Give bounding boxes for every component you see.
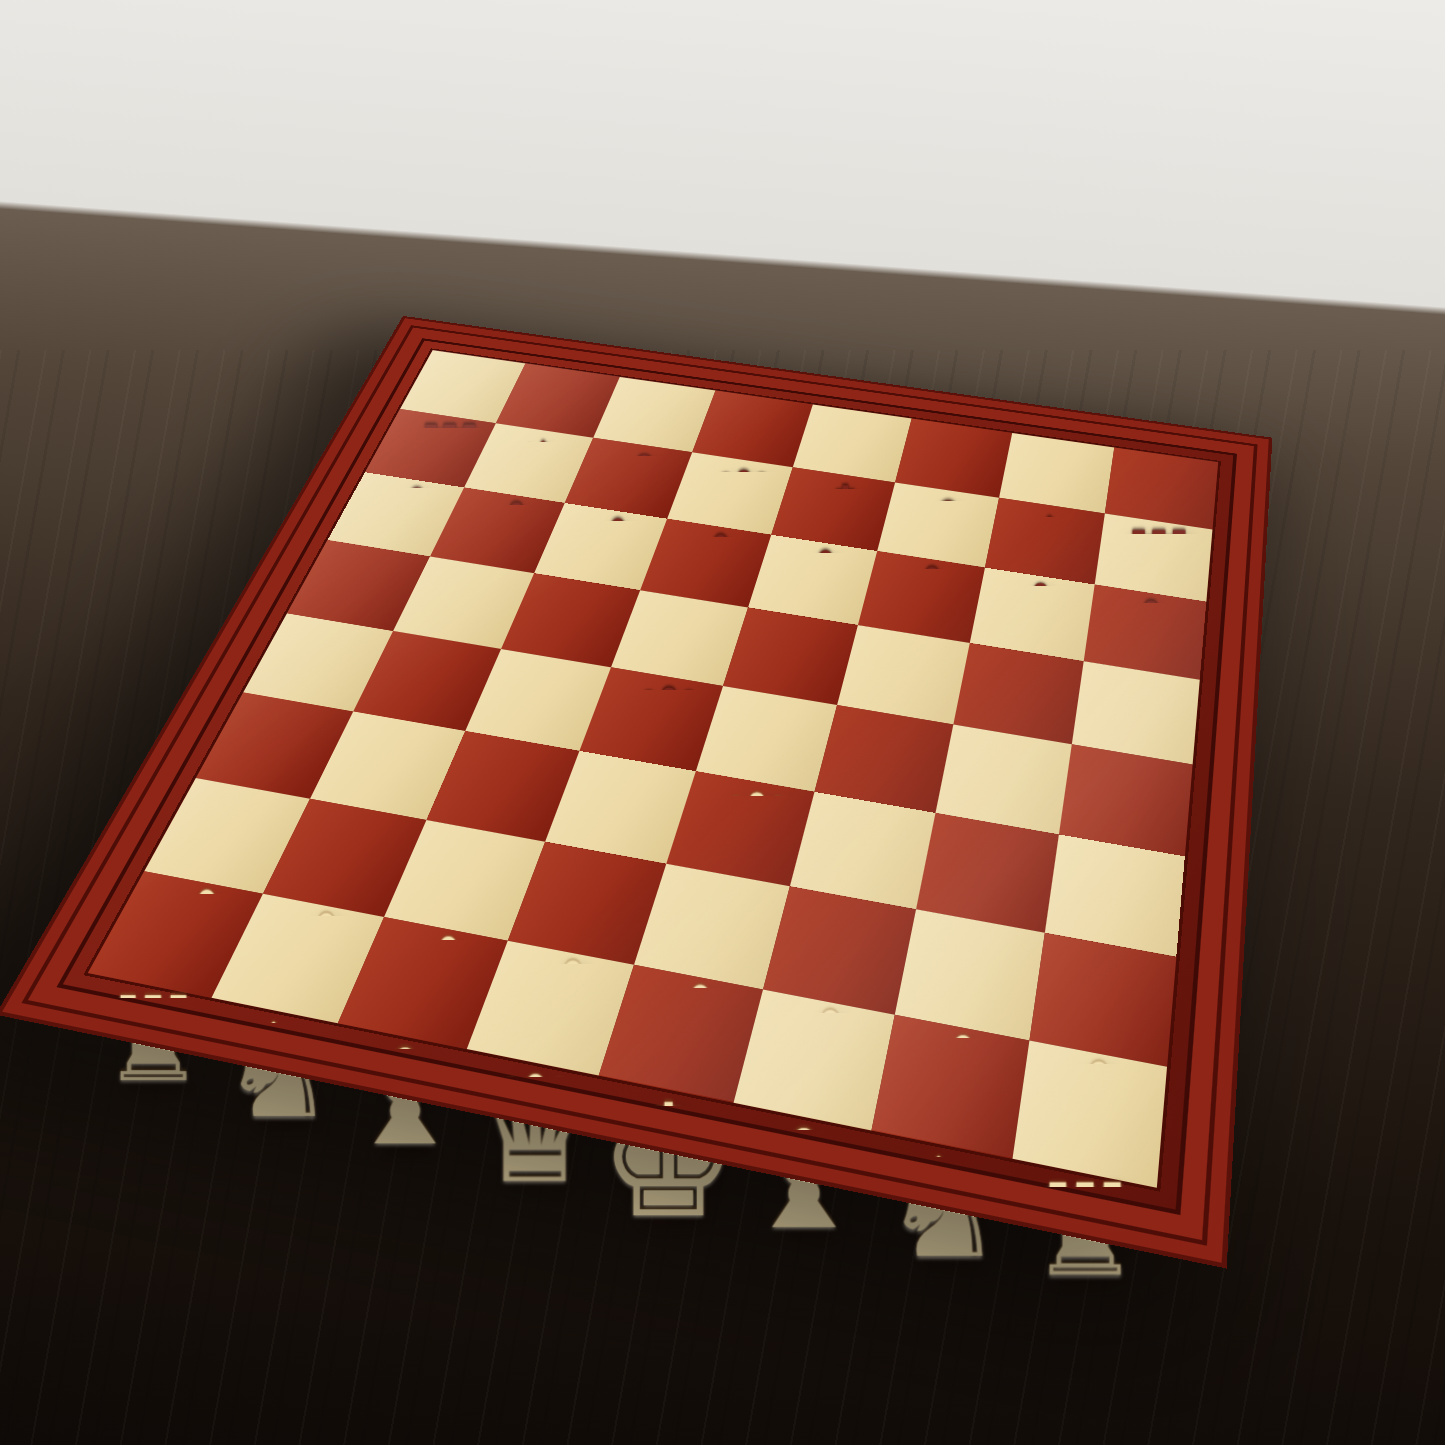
- square-g1: ♞: [871, 1015, 1029, 1159]
- chessboard-molded-base: ♜♞♝♛♚♝♞♜♟♟♟♟♟♟♟♟♛♛♟♟♟♟♟♟♟♟♜♞♝♛♚♝♞♜: [0, 316, 1272, 1269]
- square-g5: [953, 643, 1083, 744]
- rook-glyph: ♜: [100, 985, 205, 1096]
- knight-glyph: ♞: [219, 1010, 335, 1133]
- square-g3: [915, 813, 1058, 933]
- rook-glyph: ♜: [1028, 1172, 1141, 1292]
- square-h7: ♟: [1094, 514, 1212, 602]
- square-c1: ♝: [337, 917, 507, 1049]
- square-h3: [1044, 835, 1184, 957]
- square-a1: ♜: [87, 872, 262, 999]
- square-h8: ♜: [1104, 448, 1217, 530]
- bishop-glyph: ♝: [346, 1036, 463, 1160]
- square-e6: [748, 535, 877, 625]
- square-f5: [837, 625, 970, 724]
- square-f1: ♝: [733, 990, 894, 1131]
- bishop-glyph: ♝: [743, 1116, 864, 1245]
- king-glyph: ♚: [598, 1089, 737, 1237]
- chessboard: ♜♞♝♛♚♝♞♜♟♟♟♟♟♟♟♟♛♛♟♟♟♟♟♟♟♟♜♞♝♛♚♝♞♜: [87, 351, 1217, 1189]
- square-e1: ♚: [598, 965, 762, 1103]
- chessboard-tilted: ♜♞♝♛♚♝♞♜♟♟♟♟♟♟♟♟♛♛♟♟♟♟♟♟♟♟♜♞♝♛♚♝♞♜: [0, 316, 1272, 1269]
- square-h1: ♜: [1012, 1041, 1167, 1188]
- queen-glyph: ♛: [469, 1062, 600, 1201]
- knight-glyph: ♞: [881, 1144, 1004, 1274]
- square-a6: [327, 473, 464, 557]
- square-e7: ♟: [771, 468, 895, 552]
